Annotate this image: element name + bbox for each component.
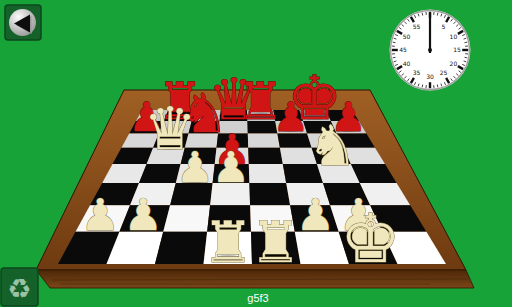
piece-cream-pawn-c4[interactable]: ♟ (176, 143, 214, 192)
last-move-text: g5f3 (247, 292, 268, 304)
clock-center-dot (428, 48, 432, 52)
clock-number-45: 45 (399, 46, 407, 53)
clock-number-50: 50 (403, 33, 411, 40)
square-e5[interactable] (248, 148, 283, 164)
timer-clock: 510152025303540455055 (390, 10, 471, 91)
recycle-arrows-icon: ♻ (7, 273, 31, 304)
square-e3[interactable] (249, 183, 290, 205)
clock-number-25: 25 (440, 69, 448, 76)
piece-cream-king-g1[interactable]: ♚ (340, 199, 401, 278)
clock-number-5: 5 (442, 23, 446, 30)
clock-number-55: 55 (413, 23, 421, 30)
undo-button[interactable] (5, 5, 41, 40)
piece-cream-pawn-a2[interactable]: ♟ (81, 189, 120, 240)
piece-cream-rook-d1[interactable]: ♜ (202, 209, 253, 275)
square-e4[interactable] (249, 164, 286, 183)
piece-cream-knight-g5[interactable]: ♞ (308, 113, 358, 178)
clock-number-20: 20 (450, 60, 458, 67)
piece-cream-rook-e1[interactable]: ♜ (250, 209, 301, 275)
chess-app-screen: ♜♛♜♚♟♞♟♟♛♟♞♟♟♟♟♟♟♜♜♚ 5101520253035404550… (0, 0, 512, 307)
clock-number-15: 15 (453, 46, 461, 53)
clock-number-30: 30 (426, 73, 434, 80)
clock-number-40: 40 (403, 60, 411, 67)
piece-cream-pawn-d4[interactable]: ♟ (212, 143, 250, 192)
piece-cream-pawn-f2[interactable]: ♟ (296, 189, 335, 240)
square-c1[interactable] (155, 232, 207, 264)
clock-number-10: 10 (450, 33, 458, 40)
new-game-button[interactable]: ♻ (1, 268, 38, 306)
piece-cream-pawn-b2[interactable]: ♟ (124, 189, 163, 240)
clock-number-35: 35 (413, 69, 421, 76)
piece-red-pawn-f7[interactable]: ♟ (273, 93, 309, 141)
